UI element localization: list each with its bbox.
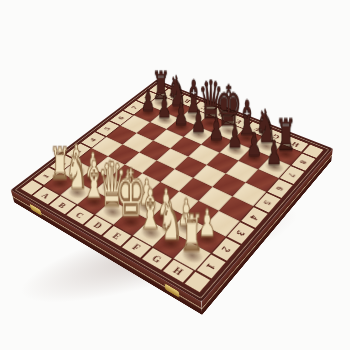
chess-piece-glyph: ♟ bbox=[246, 129, 262, 162]
coordinate-label: E bbox=[111, 231, 123, 241]
chess-piece-glyph: ♟ bbox=[157, 93, 171, 123]
chess-piece-glyph: ♟ bbox=[173, 100, 188, 131]
coordinate-label: 5 bbox=[262, 199, 274, 206]
coordinate-label: 7 bbox=[130, 105, 139, 110]
chess-board: ABCDEFGH8♜♞♝♛♚♝♞♜87♟♟♟♟♟♟♟♟7665544332♟♟♟… bbox=[11, 80, 333, 302]
coordinate-label: 1 bbox=[205, 262, 218, 271]
brass-latch-icon bbox=[165, 283, 180, 297]
coordinate-label: 2 bbox=[220, 245, 232, 253]
chess-piece-glyph: ♟ bbox=[265, 137, 281, 170]
coordinate-label: C bbox=[74, 210, 86, 219]
coordinate-label: 8 bbox=[298, 159, 309, 165]
coordinate-label: 6 bbox=[117, 115, 126, 120]
chess-piece-glyph: ♜ bbox=[179, 209, 203, 260]
photo-background: ABCDEFGH8♜♞♝♛♚♝♞♜87♟♟♟♟♟♟♟♟7665544332♟♟♟… bbox=[0, 0, 350, 350]
coordinate-label: 7 bbox=[286, 172, 297, 178]
coordinate-label: G bbox=[150, 253, 164, 264]
coordinate-label: 5 bbox=[103, 126, 113, 131]
coordinate-label: 4 bbox=[249, 214, 261, 221]
chess-piece-glyph: ♟ bbox=[190, 107, 205, 138]
coordinate-label: 3 bbox=[235, 229, 247, 237]
chess-piece-glyph: ♟ bbox=[227, 121, 242, 153]
coordinate-label: 6 bbox=[274, 185, 286, 192]
coordinate-label: D bbox=[92, 220, 105, 230]
brass-latch-icon bbox=[30, 204, 42, 216]
coordinate-label: F bbox=[131, 242, 143, 252]
coordinate-label: H bbox=[171, 265, 185, 276]
coordinate-label: 4 bbox=[88, 137, 98, 143]
coordinate-label: A bbox=[40, 191, 52, 200]
coordinate-label: B bbox=[57, 201, 69, 210]
chess-piece-glyph: ♟ bbox=[141, 86, 155, 116]
chess-piece-glyph: ♟ bbox=[208, 114, 223, 146]
